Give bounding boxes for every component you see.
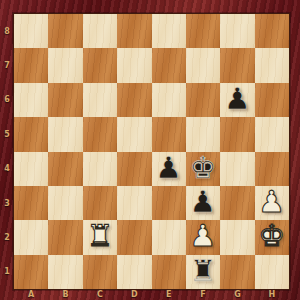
piece-white-pawn[interactable]: ♟ xyxy=(258,187,285,219)
square-f3[interactable]: ♟ xyxy=(186,186,220,220)
square-b7[interactable] xyxy=(48,48,82,82)
square-b1[interactable] xyxy=(48,255,82,289)
square-d1[interactable] xyxy=(117,255,151,289)
chessboard-frame: ♟♟♚♟♟♜♟♚♜ 87654321 ABCDEFGH xyxy=(0,0,300,300)
square-h5[interactable] xyxy=(255,117,289,151)
square-h3[interactable]: ♟ xyxy=(255,186,289,220)
square-f8[interactable] xyxy=(186,14,220,48)
piece-black-rook[interactable]: ♜ xyxy=(190,256,217,288)
piece-black-pawn[interactable]: ♟ xyxy=(190,187,217,219)
square-h7[interactable] xyxy=(255,48,289,82)
square-d2[interactable] xyxy=(117,220,151,254)
square-a3[interactable] xyxy=(14,186,48,220)
file-label-d: D xyxy=(117,289,151,300)
piece-black-pawn[interactable]: ♟ xyxy=(155,153,182,185)
file-label-e: E xyxy=(152,289,186,300)
file-labels: ABCDEFGH xyxy=(14,289,289,300)
square-g4[interactable] xyxy=(220,152,254,186)
square-h6[interactable] xyxy=(255,83,289,117)
file-label-a: A xyxy=(14,289,48,300)
rank-label-3: 3 xyxy=(0,186,14,220)
square-a5[interactable] xyxy=(14,117,48,151)
square-g7[interactable] xyxy=(220,48,254,82)
piece-white-pawn[interactable]: ♟ xyxy=(190,221,217,253)
square-f1[interactable]: ♜ xyxy=(186,255,220,289)
square-e7[interactable] xyxy=(152,48,186,82)
piece-white-king[interactable]: ♚ xyxy=(258,221,285,253)
square-h4[interactable] xyxy=(255,152,289,186)
square-b6[interactable] xyxy=(48,83,82,117)
square-e8[interactable] xyxy=(152,14,186,48)
rank-label-5: 5 xyxy=(0,117,14,151)
square-c1[interactable] xyxy=(83,255,117,289)
square-c2[interactable]: ♜ xyxy=(83,220,117,254)
square-h1[interactable] xyxy=(255,255,289,289)
square-b5[interactable] xyxy=(48,117,82,151)
square-c6[interactable] xyxy=(83,83,117,117)
file-label-f: F xyxy=(186,289,220,300)
square-c7[interactable] xyxy=(83,48,117,82)
square-e2[interactable] xyxy=(152,220,186,254)
square-a2[interactable] xyxy=(14,220,48,254)
rank-label-6: 6 xyxy=(0,83,14,117)
square-c8[interactable] xyxy=(83,14,117,48)
rank-label-1: 1 xyxy=(0,255,14,289)
square-c3[interactable] xyxy=(83,186,117,220)
square-d6[interactable] xyxy=(117,83,151,117)
square-a8[interactable] xyxy=(14,14,48,48)
square-e6[interactable] xyxy=(152,83,186,117)
square-f6[interactable] xyxy=(186,83,220,117)
rank-labels: 87654321 xyxy=(0,14,14,289)
square-f2[interactable]: ♟ xyxy=(186,220,220,254)
square-e5[interactable] xyxy=(152,117,186,151)
square-a6[interactable] xyxy=(14,83,48,117)
rank-label-2: 2 xyxy=(0,220,14,254)
file-label-b: B xyxy=(48,289,82,300)
file-label-g: G xyxy=(220,289,254,300)
square-e3[interactable] xyxy=(152,186,186,220)
square-c5[interactable] xyxy=(83,117,117,151)
square-g1[interactable] xyxy=(220,255,254,289)
square-a1[interactable] xyxy=(14,255,48,289)
square-b2[interactable] xyxy=(48,220,82,254)
square-f4[interactable]: ♚ xyxy=(186,152,220,186)
piece-white-rook[interactable]: ♜ xyxy=(86,221,113,253)
file-label-h: H xyxy=(255,289,289,300)
square-d5[interactable] xyxy=(117,117,151,151)
square-g5[interactable] xyxy=(220,117,254,151)
square-d7[interactable] xyxy=(117,48,151,82)
square-a7[interactable] xyxy=(14,48,48,82)
square-d4[interactable] xyxy=(117,152,151,186)
square-h8[interactable] xyxy=(255,14,289,48)
square-b4[interactable] xyxy=(48,152,82,186)
square-f7[interactable] xyxy=(186,48,220,82)
square-g6[interactable]: ♟ xyxy=(220,83,254,117)
square-e4[interactable]: ♟ xyxy=(152,152,186,186)
square-g3[interactable] xyxy=(220,186,254,220)
piece-black-pawn[interactable]: ♟ xyxy=(224,84,251,116)
rank-label-8: 8 xyxy=(0,14,14,48)
file-label-c: C xyxy=(83,289,117,300)
square-b8[interactable] xyxy=(48,14,82,48)
square-f5[interactable] xyxy=(186,117,220,151)
square-a4[interactable] xyxy=(14,152,48,186)
square-b3[interactable] xyxy=(48,186,82,220)
square-g8[interactable] xyxy=(220,14,254,48)
square-d8[interactable] xyxy=(117,14,151,48)
rank-label-4: 4 xyxy=(0,152,14,186)
square-h2[interactable]: ♚ xyxy=(255,220,289,254)
square-c4[interactable] xyxy=(83,152,117,186)
chessboard: ♟♟♚♟♟♜♟♚♜ xyxy=(14,14,289,289)
rank-label-7: 7 xyxy=(0,48,14,82)
square-e1[interactable] xyxy=(152,255,186,289)
square-g2[interactable] xyxy=(220,220,254,254)
piece-black-king[interactable]: ♚ xyxy=(190,153,217,185)
square-d3[interactable] xyxy=(117,186,151,220)
